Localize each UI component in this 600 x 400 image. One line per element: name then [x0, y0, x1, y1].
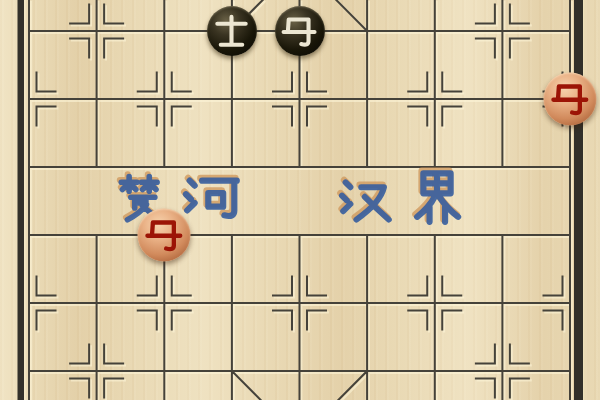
- black-horse-piece[interactable]: [275, 6, 325, 56]
- xiangqi-board[interactable]: [0, 0, 600, 400]
- black-ma-glyph: [278, 10, 321, 53]
- pieces-layer: [0, 0, 600, 400]
- black-advisor-piece[interactable]: [207, 6, 257, 56]
- black-shi-glyph: [210, 10, 253, 53]
- red-ma-glyph: [141, 212, 187, 258]
- red-horse-edge-piece[interactable]: [544, 73, 597, 126]
- red-ma-glyph: [547, 76, 593, 122]
- red-horse-river-piece[interactable]: [138, 209, 191, 262]
